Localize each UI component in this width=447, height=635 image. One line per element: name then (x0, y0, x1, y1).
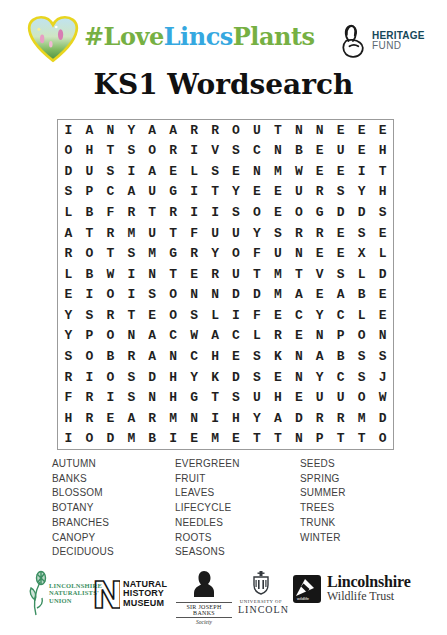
grid-cell: M (142, 243, 163, 264)
meadow-heart-logo (27, 15, 79, 65)
sir-joseph-banks-society-logo: SIR JOSEPH BANKS Society (176, 570, 232, 625)
grid-cell: O (372, 428, 393, 449)
grid-cell: P (79, 326, 100, 347)
grid-cell: E (226, 161, 247, 182)
grid-cell: N (163, 346, 184, 367)
grid-cell: T (121, 305, 142, 326)
grid-cell: O (79, 428, 100, 449)
grid-cell: J (372, 367, 393, 388)
grid-cell: S (121, 387, 142, 408)
grid-cell: M (351, 408, 372, 429)
grid-cell: C (330, 305, 351, 326)
grid-cell: T (142, 202, 163, 223)
grid-cell: I (184, 202, 205, 223)
grid-cell: S (351, 346, 372, 367)
grid-cell: N (184, 408, 205, 429)
grid-cell: A (79, 120, 100, 141)
grid-cell: K (267, 346, 288, 367)
grid-cell: P (309, 428, 330, 449)
word-item: BLOSSOM (52, 486, 114, 501)
nhm-line3: MUSEUM (123, 599, 167, 609)
grid-cell: Y (351, 182, 372, 203)
word-item: AUTUMN (52, 457, 114, 472)
grid-cell: S (330, 182, 351, 203)
grid-cell: B (351, 285, 372, 306)
grid-cell: U (142, 182, 163, 203)
grid-cell: R (184, 120, 205, 141)
partner-logos-footer: LINCOLNSHIRE NATURALISTS' UNION N NATURA… (0, 568, 447, 628)
grid-cell: N (309, 120, 330, 141)
grid-cell: H (163, 367, 184, 388)
grid-cell: S (121, 243, 142, 264)
grid-cell: S (267, 223, 288, 244)
grid-cell: T (267, 428, 288, 449)
grid-cell: R (205, 264, 226, 285)
grid-cell: N (288, 243, 309, 264)
grid-cell: E (372, 285, 393, 306)
natural-history-museum-logo: N NATURAL HISTORY MUSEUM (90, 574, 167, 614)
grid-cell: U (267, 243, 288, 264)
word-item: LEAVES (175, 486, 240, 501)
grid-cell: S (121, 141, 142, 162)
grid-cell: D (226, 285, 247, 306)
grid-cell: O (226, 243, 247, 264)
grid-cell: A (142, 346, 163, 367)
grid-cell: C (330, 367, 351, 388)
nhm-n-icon: N (90, 574, 120, 614)
grid-cell: N (142, 387, 163, 408)
grid-cell: Y (58, 326, 79, 347)
grid-cell: N (288, 346, 309, 367)
grid-cell: U (309, 387, 330, 408)
grid-cell: E (184, 428, 205, 449)
grid-cell: H (205, 346, 226, 367)
grid-cell: R (79, 408, 100, 429)
grid-cell: E (163, 161, 184, 182)
grid-cell: Y (226, 182, 247, 203)
grid-cell: N (142, 264, 163, 285)
grid-cell: R (205, 120, 226, 141)
uol-line2: LINCOLN (238, 604, 284, 615)
grid-cell: D (246, 285, 267, 306)
grid-cell: S (226, 202, 247, 223)
grid-cell: I (58, 428, 79, 449)
grid-cell: Y (246, 408, 267, 429)
grid-cell: Y (184, 367, 205, 388)
grid-cell: O (79, 346, 100, 367)
grid-cell: Y (309, 305, 330, 326)
grid-cell: F (100, 202, 121, 223)
grid-cell: I (100, 387, 121, 408)
grid-cell: G (309, 202, 330, 223)
grid-cell: O (142, 141, 163, 162)
grid-cell: N (288, 120, 309, 141)
grid-cell: Y (246, 223, 267, 244)
grid-cell: F (184, 223, 205, 244)
grid-cell: W (100, 264, 121, 285)
grid-cell: T (205, 182, 226, 203)
grid-cell: G (184, 387, 205, 408)
grid-cell: R (142, 408, 163, 429)
grid-cell: A (121, 408, 142, 429)
grid-cell: R (330, 408, 351, 429)
grid-cell: E (372, 120, 393, 141)
grid-cell: D (142, 367, 163, 388)
grid-cell: E (351, 120, 372, 141)
grid-cell: R (267, 326, 288, 347)
grid-cell: I (163, 428, 184, 449)
grid-cell: S (372, 202, 393, 223)
grid-cell: E (288, 387, 309, 408)
grid-cell: R (309, 182, 330, 203)
grid-cell: U (246, 387, 267, 408)
grid-cell: X (351, 243, 372, 264)
word-item: TRUNK (300, 516, 346, 531)
grid-cell: H (372, 182, 393, 203)
grid-cell: E (309, 141, 330, 162)
word-item: FRUIT (175, 472, 240, 487)
grid-cell: B (330, 346, 351, 367)
grid-cell: N (288, 367, 309, 388)
grid-cell: T (372, 161, 393, 182)
grid-cell: E (267, 367, 288, 388)
grid-cell: A (267, 408, 288, 429)
grid-cell: C (100, 182, 121, 203)
grid-cell: E (142, 305, 163, 326)
grid-cell: O (163, 305, 184, 326)
grid-cell: A (121, 182, 142, 203)
grid-cell: N (100, 120, 121, 141)
grid-cell: R (58, 243, 79, 264)
grid-cell: T (330, 428, 351, 449)
svg-text:N: N (92, 574, 120, 614)
word-item: BOTANY (52, 501, 114, 516)
grid-cell: T (163, 264, 184, 285)
grid-cell: T (163, 223, 184, 244)
thistle-plant-icon (26, 570, 48, 616)
grid-cell: N (246, 161, 267, 182)
grid-cell: M (163, 408, 184, 429)
lwt-line2: Wildlife Trust (327, 589, 411, 604)
grid-cell: E (330, 161, 351, 182)
word-item: BANKS (52, 472, 114, 487)
grid-cell: E (330, 243, 351, 264)
grid-cell: F (246, 243, 267, 264)
grid-cell: O (226, 120, 247, 141)
grid-cell: L (246, 326, 267, 347)
grid-cell: E (288, 326, 309, 347)
grid-cell: I (121, 264, 142, 285)
grid-cell: L (351, 264, 372, 285)
grid-cell: R (184, 243, 205, 264)
brand-plants: Plants (233, 22, 315, 51)
grid-cell: I (121, 161, 142, 182)
word-list-column-3: SEEDSSPRINGSUMMERTREESTRUNKWINTER (300, 457, 346, 545)
grid-cell: R (100, 223, 121, 244)
grid-cell: O (246, 202, 267, 223)
grid-cell: E (100, 408, 121, 429)
grid-cell: O (79, 243, 100, 264)
grid-cell: S (330, 264, 351, 285)
grid-cell: E (309, 285, 330, 306)
grid-cell: I (79, 285, 100, 306)
grid-cell: B (79, 264, 100, 285)
heritage-fund-logo: HERITAGE FUND (338, 23, 425, 59)
grid-cell: T (100, 243, 121, 264)
word-item: TREES (300, 501, 346, 516)
grid-cell: E (330, 223, 351, 244)
word-list-column-2: EVERGREENFRUITLEAVESLIFECYCLENEEDLESROOT… (175, 457, 240, 560)
word-item: LIFECYCLE (175, 501, 240, 516)
grid-cell: S (121, 367, 142, 388)
grid-cell: E (267, 202, 288, 223)
grid-cell: C (226, 326, 247, 347)
grid-cell: U (330, 141, 351, 162)
grid-cell: S (142, 285, 163, 306)
grid-cell: M (121, 428, 142, 449)
grid-cell: I (351, 161, 372, 182)
grid-cell: C (184, 346, 205, 367)
grid-cell: W (184, 326, 205, 347)
grid-cell: H (163, 387, 184, 408)
grid-cell: U (288, 182, 309, 203)
grid-cell: E (58, 285, 79, 306)
grid-cell: E (309, 161, 330, 182)
grid-cell: H (58, 408, 79, 429)
grid-cell: H (79, 141, 100, 162)
grid-cell: U (226, 223, 247, 244)
grid-cell: H (372, 141, 393, 162)
grid-cell: U (205, 223, 226, 244)
grid-cell: C (246, 141, 267, 162)
grid-cell: I (205, 408, 226, 429)
wordsearch-grid: IANYAARROUTNNEEEOHTSORIVSCNBEUEHDUSIAELS… (57, 119, 394, 450)
grid-cell: Y (309, 367, 330, 388)
grid-cell: S (372, 346, 393, 367)
grid-cell: Y (205, 243, 226, 264)
grid-cell: L (58, 202, 79, 223)
badger-badge-icon: wildlife (293, 575, 321, 603)
grid-cell: E (226, 428, 247, 449)
grid-cell: U (246, 120, 267, 141)
grid-cell: I (205, 202, 226, 223)
word-item: ROOTS (175, 531, 240, 546)
banks-bust-icon (193, 570, 215, 598)
grid-cell: W (288, 161, 309, 182)
grid-cell: N (372, 326, 393, 347)
grid-cell: W (372, 387, 393, 408)
grid-cell: D (58, 161, 79, 182)
grid-cell: O (288, 202, 309, 223)
grid-cell: S (351, 223, 372, 244)
grid-cell: O (58, 141, 79, 162)
grid-cell: M (267, 285, 288, 306)
lincoln-crest-icon (251, 571, 271, 595)
grid-cell: N (309, 326, 330, 347)
grid-cell: I (226, 305, 247, 326)
grid-cell: I (184, 141, 205, 162)
grid-cell: A (163, 120, 184, 141)
grid-cell: S (246, 367, 267, 388)
grid-cell: R (79, 387, 100, 408)
grid-cell: A (288, 285, 309, 306)
grid-cell: Y (121, 120, 142, 141)
grid-cell: F (58, 387, 79, 408)
grid-cell: T (288, 264, 309, 285)
grid-cell: A (330, 285, 351, 306)
grid-cell: E (267, 182, 288, 203)
grid-cell: Y (58, 305, 79, 326)
worksheet-page: #LoveLincsPlants HERITAGE FUND KS1 Words… (0, 0, 447, 635)
grid-cell: A (142, 120, 163, 141)
grid-cell: S (100, 161, 121, 182)
grid-cell: N (121, 326, 142, 347)
grid-cell: G (163, 182, 184, 203)
grid-cell: B (288, 141, 309, 162)
grid-cell: E (226, 346, 247, 367)
fund-label: FUND (372, 41, 425, 51)
sjb-name: SIR JOSEPH BANKS (176, 602, 232, 618)
grid-cell: M (267, 161, 288, 182)
grid-cell: D (288, 408, 309, 429)
grid-cell: M (267, 264, 288, 285)
word-item: EVERGREEN (175, 457, 240, 472)
grid-cell: F (246, 305, 267, 326)
grid-cell: O (351, 326, 372, 347)
lincolnshire-wildlife-trust-logo: wildlife Lincolnshire Wildlife Trust (293, 574, 411, 604)
grid-cell: E (246, 182, 267, 203)
grid-cell: E (372, 223, 393, 244)
crossed-fingers-icon (338, 23, 368, 59)
grid-cell: L (184, 161, 205, 182)
grid-cell: B (100, 346, 121, 367)
grid-cell: S (184, 305, 205, 326)
grid-cell: U (79, 161, 100, 182)
grid-cell: S (246, 346, 267, 367)
grid-cell: C (288, 305, 309, 326)
grid-cell: T (351, 428, 372, 449)
grid-cell: K (205, 367, 226, 388)
grid-cell: N (184, 285, 205, 306)
grid-cell: D (100, 428, 121, 449)
grid-cell: E (372, 305, 393, 326)
grid-cell: N (205, 285, 226, 306)
grid-cell: A (142, 326, 163, 347)
grid-cell: O (351, 387, 372, 408)
grid-cell: A (205, 326, 226, 347)
grid-cell: U (142, 223, 163, 244)
grid-cell: L (351, 305, 372, 326)
grid-cell: L (205, 305, 226, 326)
grid-cell: T (267, 120, 288, 141)
grid-cell: R (163, 141, 184, 162)
grid-cell: A (58, 223, 79, 244)
grid-cell: U (330, 387, 351, 408)
love-lincs-plants-wordmark: #LoveLincsPlants (84, 22, 315, 51)
grid-cell: U (226, 264, 247, 285)
grid-cell: N (288, 428, 309, 449)
word-list-column-1: AUTUMNBANKSBLOSSOMBOTANYBRANCHESCANOPYDE… (52, 457, 114, 560)
grid-cell: L (372, 243, 393, 264)
university-of-lincoln-logo: UNIVERSITY OF LINCOLN (238, 571, 284, 615)
grid-cell: T (246, 428, 267, 449)
grid-cell: R (100, 305, 121, 326)
grid-cell: H (267, 387, 288, 408)
grid-cell: P (79, 182, 100, 203)
grid-cell: R (58, 367, 79, 388)
grid-cell: T (205, 387, 226, 408)
grid-cell: E (184, 264, 205, 285)
grid-cell: E (309, 243, 330, 264)
grid-cell: A (142, 161, 163, 182)
grid-cell: M (121, 223, 142, 244)
grid-cell: H (226, 408, 247, 429)
lwt-line1: Lincolnshire (327, 574, 411, 589)
svg-text:wildlife: wildlife (297, 596, 310, 601)
grid-cell: G (163, 243, 184, 264)
grid-cell: S (58, 346, 79, 367)
page-title: KS1 Wordsearch (0, 68, 447, 101)
sjb-society-label: Society (176, 619, 232, 625)
grid-cell: O (100, 326, 121, 347)
word-item: SUMMER (300, 486, 346, 501)
word-item: SPRING (300, 472, 346, 487)
grid-cell: R (163, 202, 184, 223)
word-item: SEEDS (300, 457, 346, 472)
grid-cell: O (100, 285, 121, 306)
grid-cell: D (372, 264, 393, 285)
grid-cell: V (205, 141, 226, 162)
grid-cell: L (58, 264, 79, 285)
grid-cell: C (163, 326, 184, 347)
grid-cell: D (330, 202, 351, 223)
grid-cell: R (121, 202, 142, 223)
grid-cell: I (58, 120, 79, 141)
grid-cell: T (79, 223, 100, 244)
grid-cell: S (205, 161, 226, 182)
grid-cell: O (163, 285, 184, 306)
grid-cell: S (351, 367, 372, 388)
grid-cell: T (246, 264, 267, 285)
grid-cell: D (226, 367, 247, 388)
grid-cell: B (79, 202, 100, 223)
word-item: DECIDUOUS (52, 545, 114, 560)
word-item: WINTER (300, 531, 346, 546)
grid-cell: D (351, 202, 372, 223)
grid-cell: T (100, 141, 121, 162)
grid-cell: R (121, 346, 142, 367)
word-item: CANOPY (52, 531, 114, 546)
word-item: SEASONS (175, 545, 240, 560)
grid-cell: S (79, 305, 100, 326)
grid-cell: R (309, 408, 330, 429)
grid-cell: S (58, 182, 79, 203)
grid-cell: A (309, 346, 330, 367)
grid-cell: B (142, 428, 163, 449)
word-item: NEEDLES (175, 516, 240, 531)
word-item: BRANCHES (52, 516, 114, 531)
brand-love: #Love (84, 22, 164, 51)
grid-cell: E (267, 305, 288, 326)
grid-cell: S (226, 387, 247, 408)
grid-cell: S (226, 141, 247, 162)
grid-cell: I (184, 182, 205, 203)
grid-cell: R (309, 223, 330, 244)
grid-cell: P (330, 326, 351, 347)
grid-cell: M (205, 428, 226, 449)
grid-cell: V (309, 264, 330, 285)
grid-cell: E (351, 141, 372, 162)
